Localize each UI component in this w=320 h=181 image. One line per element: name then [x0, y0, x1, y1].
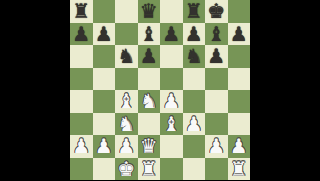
square-h5[interactable]: [228, 68, 251, 91]
white-bishop-piece[interactable]: ♝: [117, 90, 135, 112]
square-h1[interactable]: ♜: [228, 158, 251, 181]
chess-board[interactable]: ♜♛♜♚♟♟♝♟♟♝♟♞♟♞♟♝♞♟♞♝♟♟♟♟♛♟♟♚♜♜: [70, 0, 250, 180]
square-f6[interactable]: ♞: [183, 45, 206, 68]
square-b7[interactable]: ♟: [93, 23, 116, 46]
white-pawn-piece[interactable]: ♟: [117, 135, 135, 157]
square-c8[interactable]: [115, 0, 138, 23]
square-g7[interactable]: ♝: [205, 23, 228, 46]
square-d1[interactable]: ♜: [138, 158, 161, 181]
square-c5[interactable]: [115, 68, 138, 91]
square-g2[interactable]: ♟: [205, 135, 228, 158]
square-b2[interactable]: ♟: [93, 135, 116, 158]
square-g4[interactable]: [205, 90, 228, 113]
white-rook-piece[interactable]: ♜: [230, 158, 248, 180]
white-pawn-piece[interactable]: ♟: [185, 113, 203, 135]
white-pawn-piece[interactable]: ♟: [72, 135, 90, 157]
square-g5[interactable]: [205, 68, 228, 91]
square-b4[interactable]: [93, 90, 116, 113]
square-e2[interactable]: [160, 135, 183, 158]
square-e5[interactable]: [160, 68, 183, 91]
square-h2[interactable]: ♟: [228, 135, 251, 158]
black-pawn-piece[interactable]: ♟: [140, 45, 158, 67]
black-bishop-piece[interactable]: ♝: [207, 23, 225, 45]
black-rook-piece[interactable]: ♜: [72, 0, 90, 22]
square-f5[interactable]: [183, 68, 206, 91]
square-b8[interactable]: [93, 0, 116, 23]
square-c7[interactable]: [115, 23, 138, 46]
white-pawn-piece[interactable]: ♟: [230, 135, 248, 157]
square-d4[interactable]: ♞: [138, 90, 161, 113]
black-pawn-piece[interactable]: ♟: [185, 23, 203, 45]
square-b5[interactable]: [93, 68, 116, 91]
square-d7[interactable]: ♝: [138, 23, 161, 46]
square-h4[interactable]: [228, 90, 251, 113]
black-knight-piece[interactable]: ♞: [185, 45, 203, 67]
white-rook-piece[interactable]: ♜: [140, 158, 158, 180]
square-c1[interactable]: ♚: [115, 158, 138, 181]
square-a3[interactable]: [70, 113, 93, 136]
square-d5[interactable]: [138, 68, 161, 91]
square-g1[interactable]: [205, 158, 228, 181]
square-a4[interactable]: [70, 90, 93, 113]
white-knight-piece[interactable]: ♞: [117, 113, 135, 135]
square-e1[interactable]: [160, 158, 183, 181]
square-e6[interactable]: [160, 45, 183, 68]
black-knight-piece[interactable]: ♞: [117, 45, 135, 67]
black-rook-piece[interactable]: ♜: [185, 0, 203, 22]
square-c3[interactable]: ♞: [115, 113, 138, 136]
square-h7[interactable]: ♟: [228, 23, 251, 46]
square-f4[interactable]: [183, 90, 206, 113]
black-pawn-piece[interactable]: ♟: [230, 23, 248, 45]
square-c2[interactable]: ♟: [115, 135, 138, 158]
black-king-piece[interactable]: ♚: [207, 0, 225, 22]
square-c6[interactable]: ♞: [115, 45, 138, 68]
white-bishop-piece[interactable]: ♝: [162, 113, 180, 135]
square-g3[interactable]: [205, 113, 228, 136]
square-b6[interactable]: [93, 45, 116, 68]
game-viewport: ♜♛♜♚♟♟♝♟♟♝♟♞♟♞♟♝♞♟♞♝♟♟♟♟♛♟♟♚♜♜: [0, 0, 320, 180]
square-c4[interactable]: ♝: [115, 90, 138, 113]
square-f3[interactable]: ♟: [183, 113, 206, 136]
square-f8[interactable]: ♜: [183, 0, 206, 23]
square-g6[interactable]: ♟: [205, 45, 228, 68]
square-d3[interactable]: [138, 113, 161, 136]
black-bishop-piece[interactable]: ♝: [140, 23, 158, 45]
square-h8[interactable]: [228, 0, 251, 23]
black-pawn-piece[interactable]: ♟: [162, 23, 180, 45]
black-queen-piece[interactable]: ♛: [140, 0, 158, 22]
white-king-piece[interactable]: ♚: [117, 158, 135, 180]
square-d6[interactable]: ♟: [138, 45, 161, 68]
white-pawn-piece[interactable]: ♟: [162, 90, 180, 112]
black-pawn-piece[interactable]: ♟: [95, 23, 113, 45]
square-b3[interactable]: [93, 113, 116, 136]
square-e3[interactable]: ♝: [160, 113, 183, 136]
black-pawn-piece[interactable]: ♟: [72, 23, 90, 45]
square-d2[interactable]: ♛: [138, 135, 161, 158]
square-b1[interactable]: [93, 158, 116, 181]
square-a5[interactable]: [70, 68, 93, 91]
square-h6[interactable]: [228, 45, 251, 68]
square-e8[interactable]: [160, 0, 183, 23]
square-e4[interactable]: ♟: [160, 90, 183, 113]
white-pawn-piece[interactable]: ♟: [95, 135, 113, 157]
square-a7[interactable]: ♟: [70, 23, 93, 46]
white-queen-piece[interactable]: ♛: [140, 135, 158, 157]
black-pawn-piece[interactable]: ♟: [207, 45, 225, 67]
square-f7[interactable]: ♟: [183, 23, 206, 46]
square-a1[interactable]: [70, 158, 93, 181]
square-f1[interactable]: [183, 158, 206, 181]
square-f2[interactable]: [183, 135, 206, 158]
square-h3[interactable]: [228, 113, 251, 136]
white-pawn-piece[interactable]: ♟: [207, 135, 225, 157]
square-a8[interactable]: ♜: [70, 0, 93, 23]
square-a2[interactable]: ♟: [70, 135, 93, 158]
square-e7[interactable]: ♟: [160, 23, 183, 46]
square-a6[interactable]: [70, 45, 93, 68]
square-g8[interactable]: ♚: [205, 0, 228, 23]
square-d8[interactable]: ♛: [138, 0, 161, 23]
white-knight-piece[interactable]: ♞: [140, 90, 158, 112]
